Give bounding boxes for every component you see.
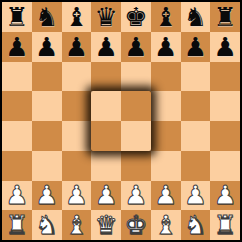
square-a1[interactable]: ♜ <box>2 210 32 240</box>
square-e3[interactable] <box>121 151 151 181</box>
piece-white-pawn[interactable]: ♟ <box>91 181 121 211</box>
square-g1[interactable]: ♞ <box>181 210 211 240</box>
piece-black-pawn[interactable]: ♟ <box>2 32 32 62</box>
square-h1[interactable]: ♜ <box>210 210 240 240</box>
square-b6[interactable] <box>32 62 62 92</box>
piece-black-pawn[interactable]: ♟ <box>121 32 151 62</box>
piece-black-pawn[interactable]: ♟ <box>151 32 181 62</box>
square-g6[interactable] <box>181 62 211 92</box>
square-g7[interactable]: ♟ <box>181 32 211 62</box>
piece-white-pawn[interactable]: ♟ <box>151 181 181 211</box>
piece-black-pawn[interactable]: ♟ <box>62 32 92 62</box>
square-a2[interactable]: ♟ <box>2 181 32 211</box>
piece-white-knight[interactable]: ♞ <box>32 210 62 240</box>
square-e6[interactable] <box>121 62 151 92</box>
square-f8[interactable]: ♝ <box>151 2 181 32</box>
square-d1[interactable]: ♛ <box>91 210 121 240</box>
square-h7[interactable]: ♟ <box>210 32 240 62</box>
piece-white-pawn[interactable]: ♟ <box>32 181 62 211</box>
square-f2[interactable]: ♟ <box>151 181 181 211</box>
square-e4[interactable] <box>121 121 151 151</box>
square-c7[interactable]: ♟ <box>62 32 92 62</box>
piece-black-pawn[interactable]: ♟ <box>210 32 240 62</box>
square-h5[interactable] <box>210 91 240 121</box>
square-b5[interactable] <box>32 91 62 121</box>
square-f5[interactable] <box>151 91 181 121</box>
square-c5[interactable] <box>62 91 92 121</box>
piece-white-pawn[interactable]: ♟ <box>2 181 32 211</box>
piece-white-knight[interactable]: ♞ <box>181 210 211 240</box>
square-h6[interactable] <box>210 62 240 92</box>
piece-white-bishop[interactable]: ♝ <box>151 210 181 240</box>
square-e1[interactable]: ♚ <box>121 210 151 240</box>
piece-white-bishop[interactable]: ♝ <box>62 210 92 240</box>
piece-white-pawn[interactable]: ♟ <box>121 181 151 211</box>
piece-white-pawn[interactable]: ♟ <box>181 181 211 211</box>
piece-black-pawn[interactable]: ♟ <box>91 32 121 62</box>
piece-black-pawn[interactable]: ♟ <box>181 32 211 62</box>
square-d3[interactable] <box>91 151 121 181</box>
piece-white-pawn[interactable]: ♟ <box>62 181 92 211</box>
square-h8[interactable]: ♜ <box>210 2 240 32</box>
square-a8[interactable]: ♜ <box>2 2 32 32</box>
piece-black-bishop[interactable]: ♝ <box>62 2 92 32</box>
square-e5[interactable] <box>121 91 151 121</box>
square-f7[interactable]: ♟ <box>151 32 181 62</box>
square-f1[interactable]: ♝ <box>151 210 181 240</box>
piece-black-queen[interactable]: ♛ <box>91 2 121 32</box>
square-b3[interactable] <box>32 151 62 181</box>
square-g8[interactable]: ♞ <box>181 2 211 32</box>
square-e7[interactable]: ♟ <box>121 32 151 62</box>
square-d5[interactable] <box>91 91 121 121</box>
square-a3[interactable] <box>2 151 32 181</box>
square-a5[interactable] <box>2 91 32 121</box>
square-a4[interactable] <box>2 121 32 151</box>
square-h4[interactable] <box>210 121 240 151</box>
square-b2[interactable]: ♟ <box>32 181 62 211</box>
square-b7[interactable]: ♟ <box>32 32 62 62</box>
piece-white-rook[interactable]: ♜ <box>210 210 240 240</box>
square-g5[interactable] <box>181 91 211 121</box>
square-b8[interactable]: ♞ <box>32 2 62 32</box>
piece-white-king[interactable]: ♚ <box>121 210 151 240</box>
square-f6[interactable] <box>151 62 181 92</box>
piece-black-pawn[interactable]: ♟ <box>32 32 62 62</box>
square-a7[interactable]: ♟ <box>2 32 32 62</box>
square-h2[interactable]: ♟ <box>210 181 240 211</box>
square-e2[interactable]: ♟ <box>121 181 151 211</box>
piece-white-queen[interactable]: ♛ <box>91 210 121 240</box>
square-c4[interactable] <box>62 121 92 151</box>
square-f3[interactable] <box>151 151 181 181</box>
square-d8[interactable]: ♛ <box>91 2 121 32</box>
square-d4[interactable] <box>91 121 121 151</box>
piece-black-bishop[interactable]: ♝ <box>151 2 181 32</box>
square-c6[interactable] <box>62 62 92 92</box>
square-c3[interactable] <box>62 151 92 181</box>
square-e8[interactable]: ♚ <box>121 2 151 32</box>
square-c2[interactable]: ♟ <box>62 181 92 211</box>
piece-white-rook[interactable]: ♜ <box>2 210 32 240</box>
square-f4[interactable] <box>151 121 181 151</box>
square-d6[interactable] <box>91 62 121 92</box>
square-c8[interactable]: ♝ <box>62 2 92 32</box>
piece-black-rook[interactable]: ♜ <box>2 2 32 32</box>
square-b4[interactable] <box>32 121 62 151</box>
square-h3[interactable] <box>210 151 240 181</box>
piece-black-rook[interactable]: ♜ <box>210 2 240 32</box>
piece-black-knight[interactable]: ♞ <box>181 2 211 32</box>
square-c1[interactable]: ♝ <box>62 210 92 240</box>
square-d2[interactable]: ♟ <box>91 181 121 211</box>
square-g3[interactable] <box>181 151 211 181</box>
piece-black-king[interactable]: ♚ <box>121 2 151 32</box>
square-a6[interactable] <box>2 62 32 92</box>
chess-app-window: ♜♞♝♛♚♝♞♜♟♟♟♟♟♟♟♟♟♟♟♟♟♟♟♟♜♞♝♛♚♝♞♜ <box>0 0 242 242</box>
square-g2[interactable]: ♟ <box>181 181 211 211</box>
piece-white-pawn[interactable]: ♟ <box>210 181 240 211</box>
square-d7[interactable]: ♟ <box>91 32 121 62</box>
square-g4[interactable] <box>181 121 211 151</box>
chess-board: ♜♞♝♛♚♝♞♜♟♟♟♟♟♟♟♟♟♟♟♟♟♟♟♟♜♞♝♛♚♝♞♜ <box>2 2 240 240</box>
piece-black-knight[interactable]: ♞ <box>32 2 62 32</box>
square-b1[interactable]: ♞ <box>32 210 62 240</box>
